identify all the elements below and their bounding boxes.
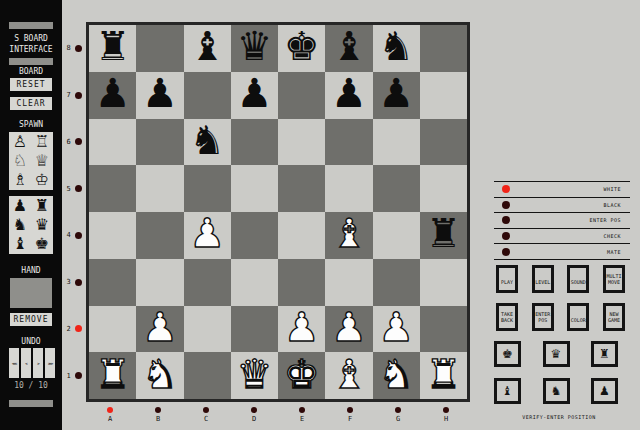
square-e2[interactable]: ♟ bbox=[278, 306, 325, 353]
piece-button-row-2: ♝♞♟ bbox=[494, 378, 618, 404]
square-c7[interactable] bbox=[184, 72, 231, 119]
status-row-black: BLACK bbox=[494, 197, 630, 213]
spawn-white-piece-5[interactable]: ♔ bbox=[31, 171, 53, 190]
white-p-f2[interactable]: ♟ bbox=[331, 307, 367, 347]
black-p-d7[interactable]: ♟ bbox=[236, 73, 272, 113]
white-q-d1[interactable]: ♛ bbox=[236, 354, 272, 394]
spawn-black-piece-3[interactable]: ♛ bbox=[31, 215, 53, 234]
square-d4[interactable] bbox=[231, 212, 278, 259]
control-row-2-button-0[interactable]: TAKE BACK bbox=[496, 303, 518, 331]
square-h6[interactable] bbox=[420, 119, 467, 166]
file-cell-B: B bbox=[134, 404, 182, 423]
black-p-a7[interactable]: ♟ bbox=[95, 73, 131, 113]
square-h1[interactable]: ♜ bbox=[420, 352, 467, 399]
square-a2[interactable] bbox=[89, 306, 136, 353]
square-h4[interactable]: ♜ bbox=[420, 212, 467, 259]
white-p-b2[interactable]: ♟ bbox=[142, 307, 178, 347]
spawn-white-piece-2[interactable]: ♘ bbox=[9, 151, 31, 170]
piece-button-row-2-button-0[interactable]: ♝ bbox=[494, 378, 521, 404]
status-led-panel: WHITEBLACKENTER POSCHECKMATE bbox=[494, 181, 630, 260]
rank-row-7: 7 bbox=[62, 72, 86, 119]
rank-label-2: 2 bbox=[66, 325, 70, 333]
rank-label-1: 1 bbox=[66, 372, 70, 380]
rank-row-1: 1 bbox=[62, 352, 86, 399]
black-n-g8[interactable]: ♞ bbox=[378, 26, 414, 66]
white-k-e1[interactable]: ♚ bbox=[284, 354, 320, 394]
square-e6[interactable] bbox=[278, 119, 325, 166]
spawn-black-piece-4[interactable]: ♝ bbox=[9, 235, 31, 254]
rank-led-5 bbox=[75, 185, 82, 192]
square-f8[interactable]: ♝ bbox=[325, 25, 372, 72]
rank-label-7: 7 bbox=[66, 91, 70, 99]
square-a3[interactable] bbox=[89, 259, 136, 306]
square-a7[interactable]: ♟ bbox=[89, 72, 136, 119]
square-g7[interactable]: ♟ bbox=[373, 72, 420, 119]
control-row-1-button-1[interactable]: LEVEL bbox=[532, 265, 554, 293]
square-e4[interactable] bbox=[278, 212, 325, 259]
spawn-panel-white: ♙♖♘♕♗♔ bbox=[9, 132, 53, 190]
rank-led-8 bbox=[75, 45, 82, 52]
square-a4[interactable] bbox=[89, 212, 136, 259]
spawn-panel-black: ♟♜♞♛♝♚ bbox=[9, 196, 53, 254]
rank-label-4: 4 bbox=[66, 231, 70, 239]
status-led-white bbox=[502, 185, 510, 193]
square-b1[interactable]: ♞ bbox=[136, 352, 183, 399]
white-p-c4[interactable]: ♟ bbox=[189, 213, 225, 253]
square-g6[interactable] bbox=[373, 119, 420, 166]
file-led-E bbox=[299, 407, 305, 413]
file-cell-H: H bbox=[422, 404, 470, 423]
black-p-f7[interactable]: ♟ bbox=[331, 73, 367, 113]
file-cell-A: A bbox=[86, 404, 134, 423]
square-d1[interactable]: ♛ bbox=[231, 352, 278, 399]
board: ♜♝♛♚♝♞♟♟♟♟♟♞♟♝♜♟♟♟♟♜♞♛♚♝♞♜ bbox=[86, 22, 470, 402]
verify-enter-position-label: VERIFY-ENTER POSITION bbox=[494, 414, 624, 420]
square-d8[interactable]: ♛ bbox=[231, 25, 278, 72]
square-a8[interactable]: ♜ bbox=[89, 25, 136, 72]
clear-button[interactable]: CLEAR bbox=[10, 97, 52, 110]
square-f1[interactable]: ♝ bbox=[325, 352, 372, 399]
rank-row-5: 5 bbox=[62, 165, 86, 212]
status-label-white: WHITE bbox=[510, 186, 630, 192]
square-e3[interactable] bbox=[278, 259, 325, 306]
rank-label-3: 3 bbox=[66, 278, 70, 286]
square-f2[interactable]: ♟ bbox=[325, 306, 372, 353]
square-h2[interactable] bbox=[420, 306, 467, 353]
black-p-g7[interactable]: ♟ bbox=[378, 73, 414, 113]
undo-step-button-2[interactable]: > bbox=[33, 348, 43, 378]
square-f4[interactable]: ♝ bbox=[325, 212, 372, 259]
white-r-a1[interactable]: ♜ bbox=[95, 354, 131, 394]
sidebar: S BOARD INTERFACE BOARD RESET CLEAR SPAW… bbox=[0, 0, 62, 430]
square-h7[interactable] bbox=[420, 72, 467, 119]
square-d5[interactable] bbox=[231, 165, 278, 212]
black-q-d8[interactable]: ♛ bbox=[236, 26, 272, 66]
file-label-G: G bbox=[396, 415, 400, 423]
square-g1[interactable]: ♞ bbox=[373, 352, 420, 399]
square-g8[interactable]: ♞ bbox=[373, 25, 420, 72]
status-row-white: WHITE bbox=[494, 181, 630, 197]
square-h3[interactable] bbox=[420, 259, 467, 306]
square-e8[interactable]: ♚ bbox=[278, 25, 325, 72]
square-g2[interactable]: ♟ bbox=[373, 306, 420, 353]
file-led-B bbox=[155, 407, 161, 413]
file-label-A: A bbox=[108, 415, 112, 423]
black-p-b7[interactable]: ♟ bbox=[142, 73, 178, 113]
square-e1[interactable]: ♚ bbox=[278, 352, 325, 399]
rank-label-6: 6 bbox=[66, 138, 70, 146]
rank-row-2: 2 bbox=[62, 306, 86, 353]
black-k-e8[interactable]: ♚ bbox=[284, 26, 320, 66]
black-b-f8[interactable]: ♝ bbox=[331, 26, 367, 66]
control-row-2: TAKE BACKENTER POSCOLORNEW GAME bbox=[496, 303, 625, 331]
piece-button-row-2-button-1[interactable]: ♞ bbox=[543, 378, 570, 404]
square-b3[interactable] bbox=[136, 259, 183, 306]
square-h5[interactable] bbox=[420, 165, 467, 212]
undo-step-button-3[interactable]: >>> bbox=[45, 348, 55, 378]
file-led-F bbox=[347, 407, 353, 413]
square-d2[interactable] bbox=[231, 306, 278, 353]
rank-led-7 bbox=[75, 92, 82, 99]
square-b7[interactable]: ♟ bbox=[136, 72, 183, 119]
rank-led-6 bbox=[75, 138, 82, 145]
square-d7[interactable]: ♟ bbox=[231, 72, 278, 119]
undo-button-row: <<<<>>>> bbox=[9, 348, 55, 378]
file-led-G bbox=[395, 407, 401, 413]
sidebar-bottom-bar bbox=[9, 400, 53, 407]
file-led-A bbox=[107, 407, 113, 413]
square-c8[interactable]: ♝ bbox=[184, 25, 231, 72]
piece-button-row-1-button-2[interactable]: ♜ bbox=[591, 341, 618, 367]
control-row-1-button-0[interactable]: PLAY bbox=[496, 265, 518, 293]
square-c5[interactable] bbox=[184, 165, 231, 212]
status-label-check: CHECK bbox=[510, 233, 630, 239]
reset-button[interactable]: RESET bbox=[10, 78, 52, 91]
spawn-black-piece-1[interactable]: ♜ bbox=[31, 196, 53, 215]
black-r-a8[interactable]: ♜ bbox=[95, 26, 131, 66]
spawn-black-piece-0[interactable]: ♟ bbox=[9, 196, 31, 215]
square-h8[interactable] bbox=[420, 25, 467, 72]
square-c1[interactable] bbox=[184, 352, 231, 399]
square-g3[interactable] bbox=[373, 259, 420, 306]
piece-button-row-1-button-0[interactable]: ♚ bbox=[494, 341, 521, 367]
square-e7[interactable] bbox=[278, 72, 325, 119]
square-c2[interactable] bbox=[184, 306, 231, 353]
spawn-white-piece-0[interactable]: ♙ bbox=[9, 132, 31, 151]
file-label-E: E bbox=[300, 415, 304, 423]
white-n-b1[interactable]: ♞ bbox=[142, 354, 178, 394]
square-b8[interactable] bbox=[136, 25, 183, 72]
rank-row-4: 4 bbox=[62, 212, 86, 259]
piece-button-row-1: ♚♛♜ bbox=[494, 341, 618, 367]
hand-box bbox=[10, 278, 52, 308]
status-led-mate bbox=[502, 248, 510, 256]
square-b4[interactable] bbox=[136, 212, 183, 259]
piece-button-row-2-button-2[interactable]: ♟ bbox=[591, 378, 618, 404]
rank-label-5: 5 bbox=[66, 185, 70, 193]
square-d3[interactable] bbox=[231, 259, 278, 306]
black-n-c6[interactable]: ♞ bbox=[189, 120, 225, 160]
square-b5[interactable] bbox=[136, 165, 183, 212]
spawn-section-label: SPAWN bbox=[0, 120, 62, 129]
white-b-f4[interactable]: ♝ bbox=[331, 213, 367, 253]
control-row-1: PLAYLEVELSOUNDMULTI MOVE bbox=[496, 265, 625, 293]
rank-strip: 87654321 bbox=[62, 25, 86, 399]
rank-led-3 bbox=[75, 279, 82, 286]
square-f5[interactable] bbox=[325, 165, 372, 212]
app-title: S BOARD INTERFACE bbox=[0, 33, 62, 55]
spawn-black-piece-2[interactable]: ♞ bbox=[9, 215, 31, 234]
file-cell-E: E bbox=[278, 404, 326, 423]
file-cell-C: C bbox=[182, 404, 230, 423]
rank-row-8: 8 bbox=[62, 25, 86, 72]
square-c6[interactable]: ♞ bbox=[184, 119, 231, 166]
square-c3[interactable] bbox=[184, 259, 231, 306]
white-p-g2[interactable]: ♟ bbox=[378, 307, 414, 347]
app-title-line2: INTERFACE bbox=[0, 44, 62, 55]
board-section-label: BOARD bbox=[0, 67, 62, 76]
rank-label-8: 8 bbox=[66, 44, 70, 52]
black-r-h4[interactable]: ♜ bbox=[425, 213, 461, 253]
square-b2[interactable]: ♟ bbox=[136, 306, 183, 353]
file-led-D bbox=[251, 407, 257, 413]
app-title-line1: S BOARD bbox=[0, 33, 62, 44]
status-led-enter-pos bbox=[502, 216, 510, 224]
sidebar-top-bar bbox=[9, 22, 53, 29]
status-label-enter-pos: ENTER POS bbox=[510, 217, 630, 223]
square-f3[interactable] bbox=[325, 259, 372, 306]
file-cell-F: F bbox=[326, 404, 374, 423]
undo-counter: 10 / 10 bbox=[0, 381, 62, 390]
file-led-C bbox=[203, 407, 209, 413]
square-g5[interactable] bbox=[373, 165, 420, 212]
square-b6[interactable] bbox=[136, 119, 183, 166]
square-a5[interactable] bbox=[89, 165, 136, 212]
control-row-2-button-1[interactable]: ENTER POS bbox=[532, 303, 554, 331]
file-led-H bbox=[443, 407, 449, 413]
file-label-F: F bbox=[348, 415, 352, 423]
hand-section-label: HAND bbox=[0, 266, 62, 275]
remove-button[interactable]: REMOVE bbox=[10, 313, 52, 326]
control-row-1-button-3[interactable]: MULTI MOVE bbox=[603, 265, 625, 293]
undo-step-button-1[interactable]: < bbox=[21, 348, 31, 378]
undo-section-label: UNDO bbox=[0, 337, 62, 346]
file-cell-G: G bbox=[374, 404, 422, 423]
file-label-B: B bbox=[156, 415, 160, 423]
square-e5[interactable] bbox=[278, 165, 325, 212]
control-row-2-button-3[interactable]: NEW GAME bbox=[603, 303, 625, 331]
square-a6[interactable] bbox=[89, 119, 136, 166]
file-label-D: D bbox=[252, 415, 256, 423]
white-p-e2[interactable]: ♟ bbox=[284, 307, 320, 347]
white-b-f1[interactable]: ♝ bbox=[331, 354, 367, 394]
status-led-black bbox=[502, 201, 510, 209]
rank-row-6: 6 bbox=[62, 119, 86, 166]
status-row-enter-pos: ENTER POS bbox=[494, 212, 630, 228]
white-r-h1[interactable]: ♜ bbox=[425, 354, 461, 394]
status-label-mate: MATE bbox=[510, 249, 630, 255]
rank-led-1 bbox=[75, 372, 82, 379]
white-n-g1[interactable]: ♞ bbox=[378, 354, 414, 394]
status-label-black: BLACK bbox=[510, 202, 630, 208]
control-row-2-button-2[interactable]: COLOR bbox=[567, 303, 589, 331]
sidebar-divider-bar bbox=[9, 58, 53, 65]
spawn-white-piece-3[interactable]: ♕ bbox=[31, 151, 53, 170]
spawn-white-piece-1[interactable]: ♖ bbox=[31, 132, 53, 151]
rank-row-3: 3 bbox=[62, 259, 86, 306]
file-cell-D: D bbox=[230, 404, 278, 423]
file-label-H: H bbox=[444, 415, 448, 423]
square-f7[interactable]: ♟ bbox=[325, 72, 372, 119]
control-row-1-button-2[interactable]: SOUND bbox=[567, 265, 589, 293]
undo-step-button-0[interactable]: <<< bbox=[9, 348, 19, 378]
spawn-white-piece-4[interactable]: ♗ bbox=[9, 171, 31, 190]
file-label-C: C bbox=[204, 415, 208, 423]
status-row-check: CHECK bbox=[494, 228, 630, 244]
square-c4[interactable]: ♟ bbox=[184, 212, 231, 259]
status-led-check bbox=[502, 232, 510, 240]
square-d6[interactable] bbox=[231, 119, 278, 166]
square-g4[interactable] bbox=[373, 212, 420, 259]
file-strip: ABCDEFGH bbox=[86, 404, 470, 423]
square-f6[interactable] bbox=[325, 119, 372, 166]
rank-led-2 bbox=[75, 325, 82, 332]
square-a1[interactable]: ♜ bbox=[89, 352, 136, 399]
rank-led-4 bbox=[75, 232, 82, 239]
status-row-mate: MATE bbox=[494, 243, 630, 259]
black-b-c8[interactable]: ♝ bbox=[189, 26, 225, 66]
piece-button-row-1-button-1[interactable]: ♛ bbox=[543, 341, 570, 367]
spawn-black-piece-5[interactable]: ♚ bbox=[31, 235, 53, 254]
